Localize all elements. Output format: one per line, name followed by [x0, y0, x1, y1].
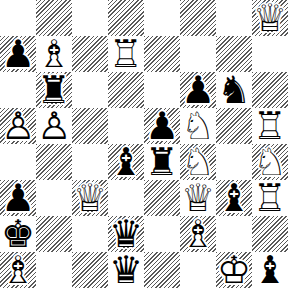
square-c6[interactable] [72, 72, 108, 108]
white-bishop[interactable]: ♝♗ [36, 36, 72, 72]
square-d5[interactable] [108, 108, 144, 144]
square-h3[interactable]: ♜♖ [252, 180, 288, 216]
white-bishop[interactable]: ♝♗ [180, 216, 216, 252]
square-d1[interactable]: ♛♛ [108, 252, 144, 288]
square-e5[interactable]: ♟♟ [144, 108, 180, 144]
square-a5[interactable]: ♟♙ [0, 108, 36, 144]
square-g1[interactable]: ♚♔ [216, 252, 252, 288]
square-a7[interactable]: ♟♟ [0, 36, 36, 72]
square-d4[interactable]: ♝♝ [108, 144, 144, 180]
square-b3[interactable] [36, 180, 72, 216]
white-bishop[interactable]: ♝♗ [0, 252, 36, 288]
white-pawn-glyph: ♙ [36, 108, 72, 144]
white-rook-glyph: ♖ [108, 36, 144, 72]
white-knight-glyph: ♘ [252, 144, 288, 180]
black-knight[interactable]: ♞♞ [216, 72, 252, 108]
black-rook-glyph: ♜ [36, 72, 72, 108]
white-knight[interactable]: ♞♘ [180, 108, 216, 144]
square-b2[interactable] [36, 216, 72, 252]
white-queen[interactable]: ♛♕ [72, 180, 108, 216]
white-knight-glyph: ♘ [180, 144, 216, 180]
square-h1[interactable]: ♝♝ [252, 252, 288, 288]
square-h2[interactable] [252, 216, 288, 252]
square-h6[interactable] [252, 72, 288, 108]
square-e1[interactable] [144, 252, 180, 288]
square-e8[interactable] [144, 0, 180, 36]
square-d3[interactable] [108, 180, 144, 216]
square-h4[interactable]: ♞♘ [252, 144, 288, 180]
black-rook-glyph: ♜ [144, 144, 180, 180]
square-e3[interactable] [144, 180, 180, 216]
black-king[interactable]: ♚♚ [0, 216, 36, 252]
square-c2[interactable] [72, 216, 108, 252]
square-c5[interactable] [72, 108, 108, 144]
white-king[interactable]: ♚♔ [216, 252, 252, 288]
square-e6[interactable] [144, 72, 180, 108]
square-c1[interactable] [72, 252, 108, 288]
black-pawn-glyph: ♟ [180, 72, 216, 108]
square-b1[interactable] [36, 252, 72, 288]
square-f1[interactable] [180, 252, 216, 288]
square-d8[interactable] [108, 0, 144, 36]
square-f4[interactable]: ♞♘ [180, 144, 216, 180]
white-rook[interactable]: ♜♖ [108, 36, 144, 72]
square-c7[interactable] [72, 36, 108, 72]
white-pawn-glyph: ♙ [0, 108, 36, 144]
black-bishop[interactable]: ♝♝ [108, 144, 144, 180]
black-knight-glyph: ♞ [216, 72, 252, 108]
black-pawn[interactable]: ♟♟ [0, 36, 36, 72]
white-knight[interactable]: ♞♘ [252, 144, 288, 180]
white-queen[interactable]: ♛♕ [252, 0, 288, 36]
black-pawn[interactable]: ♟♟ [144, 108, 180, 144]
black-pawn[interactable]: ♟♟ [0, 180, 36, 216]
square-d2[interactable]: ♛♛ [108, 216, 144, 252]
black-queen-glyph: ♛ [108, 216, 144, 252]
square-d7[interactable]: ♜♖ [108, 36, 144, 72]
black-rook[interactable]: ♜♜ [36, 72, 72, 108]
white-knight-glyph: ♘ [180, 108, 216, 144]
white-rook-glyph: ♖ [252, 180, 288, 216]
white-queen-glyph: ♕ [180, 180, 216, 216]
square-e2[interactable] [144, 216, 180, 252]
black-pawn-glyph: ♟ [0, 36, 36, 72]
square-b5[interactable]: ♟♙ [36, 108, 72, 144]
black-king-glyph: ♚ [0, 216, 36, 252]
white-king-glyph: ♔ [216, 252, 252, 288]
square-g7[interactable] [216, 36, 252, 72]
black-bishop[interactable]: ♝♝ [216, 180, 252, 216]
square-c3[interactable]: ♛♕ [72, 180, 108, 216]
square-a6[interactable] [0, 72, 36, 108]
black-rook[interactable]: ♜♜ [144, 144, 180, 180]
black-pawn-glyph: ♟ [0, 180, 36, 216]
square-b6[interactable]: ♜♜ [36, 72, 72, 108]
square-g8[interactable] [216, 0, 252, 36]
black-bishop-glyph: ♝ [108, 144, 144, 180]
black-queen[interactable]: ♛♛ [108, 216, 144, 252]
white-bishop-glyph: ♗ [0, 252, 36, 288]
square-a1[interactable]: ♝♗ [0, 252, 36, 288]
square-f7[interactable] [180, 36, 216, 72]
square-a4[interactable] [0, 144, 36, 180]
black-queen-glyph: ♛ [108, 252, 144, 288]
white-pawn[interactable]: ♟♙ [36, 108, 72, 144]
square-a3[interactable]: ♟♟ [0, 180, 36, 216]
square-c4[interactable] [72, 144, 108, 180]
square-g3[interactable]: ♝♝ [216, 180, 252, 216]
white-pawn[interactable]: ♟♙ [0, 108, 36, 144]
square-g6[interactable]: ♞♞ [216, 72, 252, 108]
black-pawn-glyph: ♟ [144, 108, 180, 144]
square-g5[interactable] [216, 108, 252, 144]
square-a8[interactable] [0, 0, 36, 36]
black-queen[interactable]: ♛♛ [108, 252, 144, 288]
black-pawn[interactable]: ♟♟ [180, 72, 216, 108]
square-b4[interactable] [36, 144, 72, 180]
white-rook-glyph: ♖ [252, 108, 288, 144]
square-h5[interactable]: ♜♖ [252, 108, 288, 144]
square-f5[interactable]: ♞♘ [180, 108, 216, 144]
black-bishop-glyph: ♝ [216, 180, 252, 216]
black-bishop[interactable]: ♝♝ [252, 252, 288, 288]
square-f6[interactable]: ♟♟ [180, 72, 216, 108]
square-g4[interactable] [216, 144, 252, 180]
square-e4[interactable]: ♜♜ [144, 144, 180, 180]
white-bishop-glyph: ♗ [36, 36, 72, 72]
square-c8[interactable] [72, 0, 108, 36]
chess-board: ♛♕♟♟♝♗♜♖♜♜♟♟♞♞♟♙♟♙♟♟♞♘♜♖♝♝♜♜♞♘♞♘♟♟♛♕♛♕♝♝… [0, 0, 288, 288]
white-knight[interactable]: ♞♘ [180, 144, 216, 180]
square-f2[interactable]: ♝♗ [180, 216, 216, 252]
square-h8[interactable]: ♛♕ [252, 0, 288, 36]
white-queen-glyph: ♕ [252, 0, 288, 36]
square-f3[interactable]: ♛♕ [180, 180, 216, 216]
white-bishop-glyph: ♗ [180, 216, 216, 252]
square-d6[interactable] [108, 72, 144, 108]
black-bishop-glyph: ♝ [252, 252, 288, 288]
square-a2[interactable]: ♚♚ [0, 216, 36, 252]
square-f8[interactable] [180, 0, 216, 36]
square-g2[interactable] [216, 216, 252, 252]
square-h7[interactable] [252, 36, 288, 72]
white-queen[interactable]: ♛♕ [180, 180, 216, 216]
square-e7[interactable] [144, 36, 180, 72]
square-b7[interactable]: ♝♗ [36, 36, 72, 72]
square-b8[interactable] [36, 0, 72, 36]
white-rook[interactable]: ♜♖ [252, 180, 288, 216]
white-rook[interactable]: ♜♖ [252, 108, 288, 144]
white-queen-glyph: ♕ [72, 180, 108, 216]
